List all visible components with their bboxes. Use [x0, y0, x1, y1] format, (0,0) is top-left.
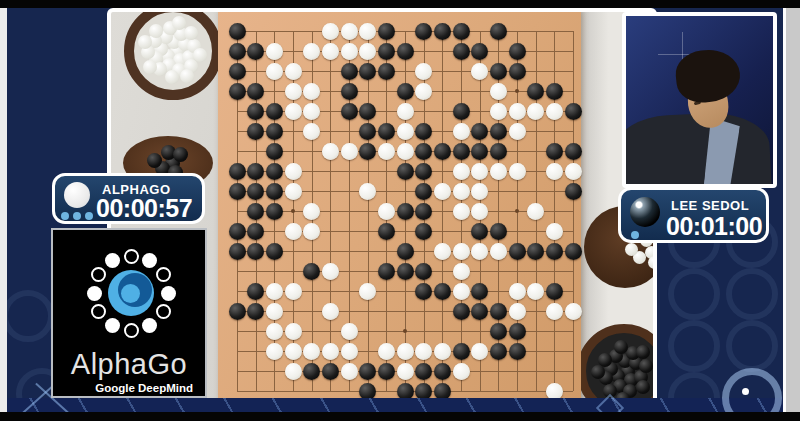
stone-black — [303, 263, 320, 280]
stone-white — [397, 363, 414, 380]
stone-black — [471, 303, 488, 320]
stone-black — [546, 243, 563, 260]
stone-black — [509, 63, 526, 80]
stone-black — [397, 243, 414, 260]
stone-white — [285, 363, 302, 380]
stone-white — [471, 183, 488, 200]
stone-black — [359, 383, 376, 400]
screen-edge-left — [0, 8, 7, 412]
stone-white — [546, 223, 563, 240]
stone-black — [247, 43, 264, 60]
stone-white — [322, 43, 339, 60]
stone-white — [266, 63, 283, 80]
stone-white — [509, 123, 526, 140]
stone-black — [490, 343, 507, 360]
stone-white — [527, 203, 544, 220]
logo-ring-circle — [124, 323, 139, 338]
stone-black — [490, 63, 507, 80]
stone-black — [415, 363, 432, 380]
stone-black — [266, 243, 283, 260]
stone-black — [509, 243, 526, 260]
lee-sedol-video-feed — [622, 12, 777, 188]
stone-white — [378, 343, 395, 360]
stone-black — [453, 103, 470, 120]
logo-ring-circle — [142, 253, 157, 268]
go-board — [218, 10, 581, 402]
alphago-clock: 00:00:57 — [96, 194, 192, 223]
stone-black — [229, 23, 246, 40]
bowl-white-stone — [193, 48, 207, 62]
stone-white — [303, 43, 320, 60]
white-stone-bowl — [124, 8, 222, 100]
stone-black — [397, 43, 414, 60]
stone-black — [415, 203, 432, 220]
stone-white — [341, 323, 358, 340]
stone-black — [490, 223, 507, 240]
stone-white — [453, 163, 470, 180]
alphago-timer-panel: ALPHAGO 00:00:57 — [52, 173, 205, 224]
google-deepmind-label: Google DeepMind — [95, 382, 193, 394]
stone-black — [471, 283, 488, 300]
stone-black — [453, 23, 470, 40]
stone-black — [434, 363, 451, 380]
stone-black — [341, 103, 358, 120]
stone-black — [247, 103, 264, 120]
stone-black — [229, 63, 246, 80]
stone-white — [397, 103, 414, 120]
stone-white — [266, 283, 283, 300]
stone-black — [266, 103, 283, 120]
stone-black — [247, 183, 264, 200]
background-ring — [726, 268, 778, 320]
stone-black — [397, 163, 414, 180]
stone-black — [397, 203, 414, 220]
stone-black — [527, 83, 544, 100]
stone-black — [303, 363, 320, 380]
stone-black — [378, 123, 395, 140]
background-ring — [2, 290, 54, 342]
stone-white — [546, 103, 563, 120]
stone-black — [490, 23, 507, 40]
byoyomi-dot — [631, 231, 639, 239]
stone-black — [434, 383, 451, 400]
stone-white — [285, 83, 302, 100]
stone-white — [453, 283, 470, 300]
stone-black — [229, 83, 246, 100]
stone-black — [527, 243, 544, 260]
stone-black — [453, 143, 470, 160]
stone-black — [378, 43, 395, 60]
stone-white — [397, 343, 414, 360]
stone-black — [378, 263, 395, 280]
stone-black — [490, 143, 507, 160]
stone-white — [285, 63, 302, 80]
stone-black — [266, 203, 283, 220]
stone-black — [378, 363, 395, 380]
stone-white — [322, 303, 339, 320]
stone-black — [359, 143, 376, 160]
star-point — [291, 209, 295, 213]
stone-white — [546, 303, 563, 320]
stone-black — [266, 143, 283, 160]
stone-white — [359, 183, 376, 200]
white-stone-icon — [64, 182, 90, 208]
logo-ring-circle — [142, 318, 157, 333]
stone-black — [546, 83, 563, 100]
stone-white — [453, 123, 470, 140]
stone-white — [303, 103, 320, 120]
stone-white — [341, 363, 358, 380]
stone-white — [509, 103, 526, 120]
stone-black — [247, 123, 264, 140]
stone-white — [565, 163, 582, 180]
bowl-black-stone — [636, 380, 650, 394]
stone-black — [415, 143, 432, 160]
stone-black — [247, 223, 264, 240]
bowl-white-stone — [625, 243, 638, 256]
stone-white — [303, 203, 320, 220]
stone-black — [546, 143, 563, 160]
stone-white — [509, 283, 526, 300]
stone-black — [229, 223, 246, 240]
stone-black — [565, 143, 582, 160]
bowl-black-stone — [639, 359, 653, 373]
stone-white — [322, 263, 339, 280]
stone-black — [229, 183, 246, 200]
stone-white — [453, 203, 470, 220]
stone-black — [415, 283, 432, 300]
lee-sedol-clock: 00:01:00 — [666, 212, 762, 241]
stone-white — [415, 83, 432, 100]
background-ring — [668, 268, 720, 320]
screen-edge-right — [783, 0, 800, 412]
broadcast-frame: ALPHAGO 00:00:57 AlphaGo Google DeepMind… — [0, 0, 800, 421]
stone-white — [303, 223, 320, 240]
stone-black — [415, 123, 432, 140]
player-hair — [673, 47, 742, 105]
bowl-black-stone — [591, 365, 605, 379]
stone-white — [490, 103, 507, 120]
bowl-white-stone — [149, 24, 163, 38]
stone-white — [397, 123, 414, 140]
stone-white — [359, 23, 376, 40]
stone-black — [266, 123, 283, 140]
stone-black — [471, 223, 488, 240]
stone-black — [565, 183, 582, 200]
logo-ring-circle — [91, 267, 106, 282]
stone-white — [285, 343, 302, 360]
background-streak-band — [7, 398, 783, 412]
star-point — [403, 329, 407, 333]
stone-white — [341, 23, 358, 40]
bowl-black-stone — [173, 147, 188, 162]
star-point — [515, 89, 519, 93]
stone-white — [285, 323, 302, 340]
stone-black — [546, 283, 563, 300]
logo-ring-circle — [124, 249, 139, 264]
bowl-white-stone — [180, 69, 194, 83]
bowl-white-stone — [184, 26, 198, 40]
stone-black — [341, 63, 358, 80]
stone-black — [415, 383, 432, 400]
lee-sedol-timer-panel: LEE SEDOL 00:01:00 — [618, 187, 769, 243]
bowl-white-stone — [648, 256, 657, 269]
stone-white — [359, 283, 376, 300]
stone-black — [247, 243, 264, 260]
byoyomi-dot — [73, 212, 81, 220]
bowl-black-stone — [614, 340, 628, 354]
logo-ring-circle — [105, 253, 120, 268]
stone-black — [229, 303, 246, 320]
stone-white — [378, 203, 395, 220]
stone-white — [471, 243, 488, 260]
stone-black — [229, 43, 246, 60]
letterbox-top — [0, 0, 800, 8]
stone-white — [453, 243, 470, 260]
stone-black — [247, 283, 264, 300]
lee-sedol-name-label: LEE SEDOL — [671, 198, 749, 213]
bowl-white-stone — [165, 70, 179, 84]
stone-white — [322, 143, 339, 160]
stone-white — [322, 23, 339, 40]
stone-black — [415, 183, 432, 200]
stone-black — [359, 103, 376, 120]
stone-white — [527, 283, 544, 300]
stone-black — [509, 343, 526, 360]
stone-black — [397, 83, 414, 100]
bowl-black-stone — [147, 153, 162, 168]
stone-black — [322, 363, 339, 380]
stone-white — [490, 243, 507, 260]
stone-white — [285, 283, 302, 300]
alphago-logo-title: AlphaGo — [53, 348, 205, 381]
stone-black — [341, 83, 358, 100]
stone-black — [453, 43, 470, 60]
stone-white — [509, 163, 526, 180]
stone-black — [415, 163, 432, 180]
stone-white — [341, 343, 358, 360]
stone-white — [341, 143, 358, 160]
stone-black — [229, 163, 246, 180]
stone-black — [378, 223, 395, 240]
bowl-black-stone — [636, 345, 650, 359]
background-ring — [668, 320, 720, 372]
alphago-swirl-icon — [108, 270, 154, 316]
stone-black — [509, 323, 526, 340]
stone-black — [453, 343, 470, 360]
stone-black — [565, 103, 582, 120]
logo-ring-circle — [105, 318, 120, 333]
stone-white — [546, 163, 563, 180]
stone-black — [247, 83, 264, 100]
logo-ring-circle — [156, 267, 171, 282]
background-ring — [726, 320, 778, 372]
stone-white — [341, 43, 358, 60]
byoyomi-dot — [61, 212, 69, 220]
stone-white — [490, 163, 507, 180]
stone-white — [434, 243, 451, 260]
stone-black — [415, 223, 432, 240]
stone-black — [378, 63, 395, 80]
stone-white — [453, 263, 470, 280]
stone-white — [285, 183, 302, 200]
logo-ring-circle — [91, 304, 106, 319]
stone-black — [434, 23, 451, 40]
stone-black — [397, 383, 414, 400]
stone-black — [490, 323, 507, 340]
alphago-logo-panel: AlphaGo Google DeepMind — [51, 228, 207, 398]
stone-white — [490, 83, 507, 100]
stone-black — [359, 63, 376, 80]
bowl-white-stone — [138, 35, 152, 49]
grid-line — [573, 31, 574, 391]
stone-white — [266, 323, 283, 340]
stone-white — [378, 143, 395, 160]
stone-white — [471, 63, 488, 80]
stone-white — [453, 183, 470, 200]
stone-black — [509, 43, 526, 60]
stone-white — [434, 343, 451, 360]
stone-black — [266, 183, 283, 200]
stone-black — [247, 203, 264, 220]
bowl-white-stone — [143, 60, 157, 74]
logo-ring-circle — [87, 286, 102, 301]
stone-white — [285, 223, 302, 240]
stone-white — [509, 303, 526, 320]
stone-black — [415, 263, 432, 280]
stone-black — [359, 123, 376, 140]
stone-black — [471, 43, 488, 60]
highlight-ring-dot — [742, 388, 749, 395]
letterbox-bottom — [0, 412, 800, 421]
stone-black — [266, 163, 283, 180]
star-point — [515, 209, 519, 213]
byoyomi-dot — [85, 212, 93, 220]
grid-line — [442, 31, 443, 391]
stone-black — [471, 123, 488, 140]
stone-white — [266, 43, 283, 60]
stone-black — [471, 143, 488, 160]
stone-white — [415, 343, 432, 360]
stone-white — [471, 343, 488, 360]
stone-black — [229, 243, 246, 260]
black-stone-icon — [630, 197, 660, 227]
stone-black — [247, 303, 264, 320]
stone-white — [266, 343, 283, 360]
stone-white — [303, 343, 320, 360]
logo-ring-circle — [161, 286, 176, 301]
stone-white — [546, 383, 563, 400]
stone-white — [471, 203, 488, 220]
stone-black — [434, 143, 451, 160]
logo-ring-circle — [156, 304, 171, 319]
stone-white — [266, 303, 283, 320]
stone-black — [453, 303, 470, 320]
stone-white — [285, 163, 302, 180]
stone-white — [303, 83, 320, 100]
stone-white — [565, 303, 582, 320]
stone-black — [490, 303, 507, 320]
stone-black — [397, 263, 414, 280]
stone-white — [434, 183, 451, 200]
stone-black — [415, 23, 432, 40]
stone-white — [397, 143, 414, 160]
stone-white — [303, 123, 320, 140]
stone-black — [490, 123, 507, 140]
stone-black — [378, 23, 395, 40]
stone-black — [247, 163, 264, 180]
stone-black — [359, 363, 376, 380]
stone-white — [527, 103, 544, 120]
stone-white — [285, 103, 302, 120]
stone-white — [359, 43, 376, 60]
stone-black — [565, 243, 582, 260]
stone-white — [415, 63, 432, 80]
stone-white — [322, 343, 339, 360]
stone-white — [471, 163, 488, 180]
stone-black — [434, 283, 451, 300]
stone-white — [453, 363, 470, 380]
